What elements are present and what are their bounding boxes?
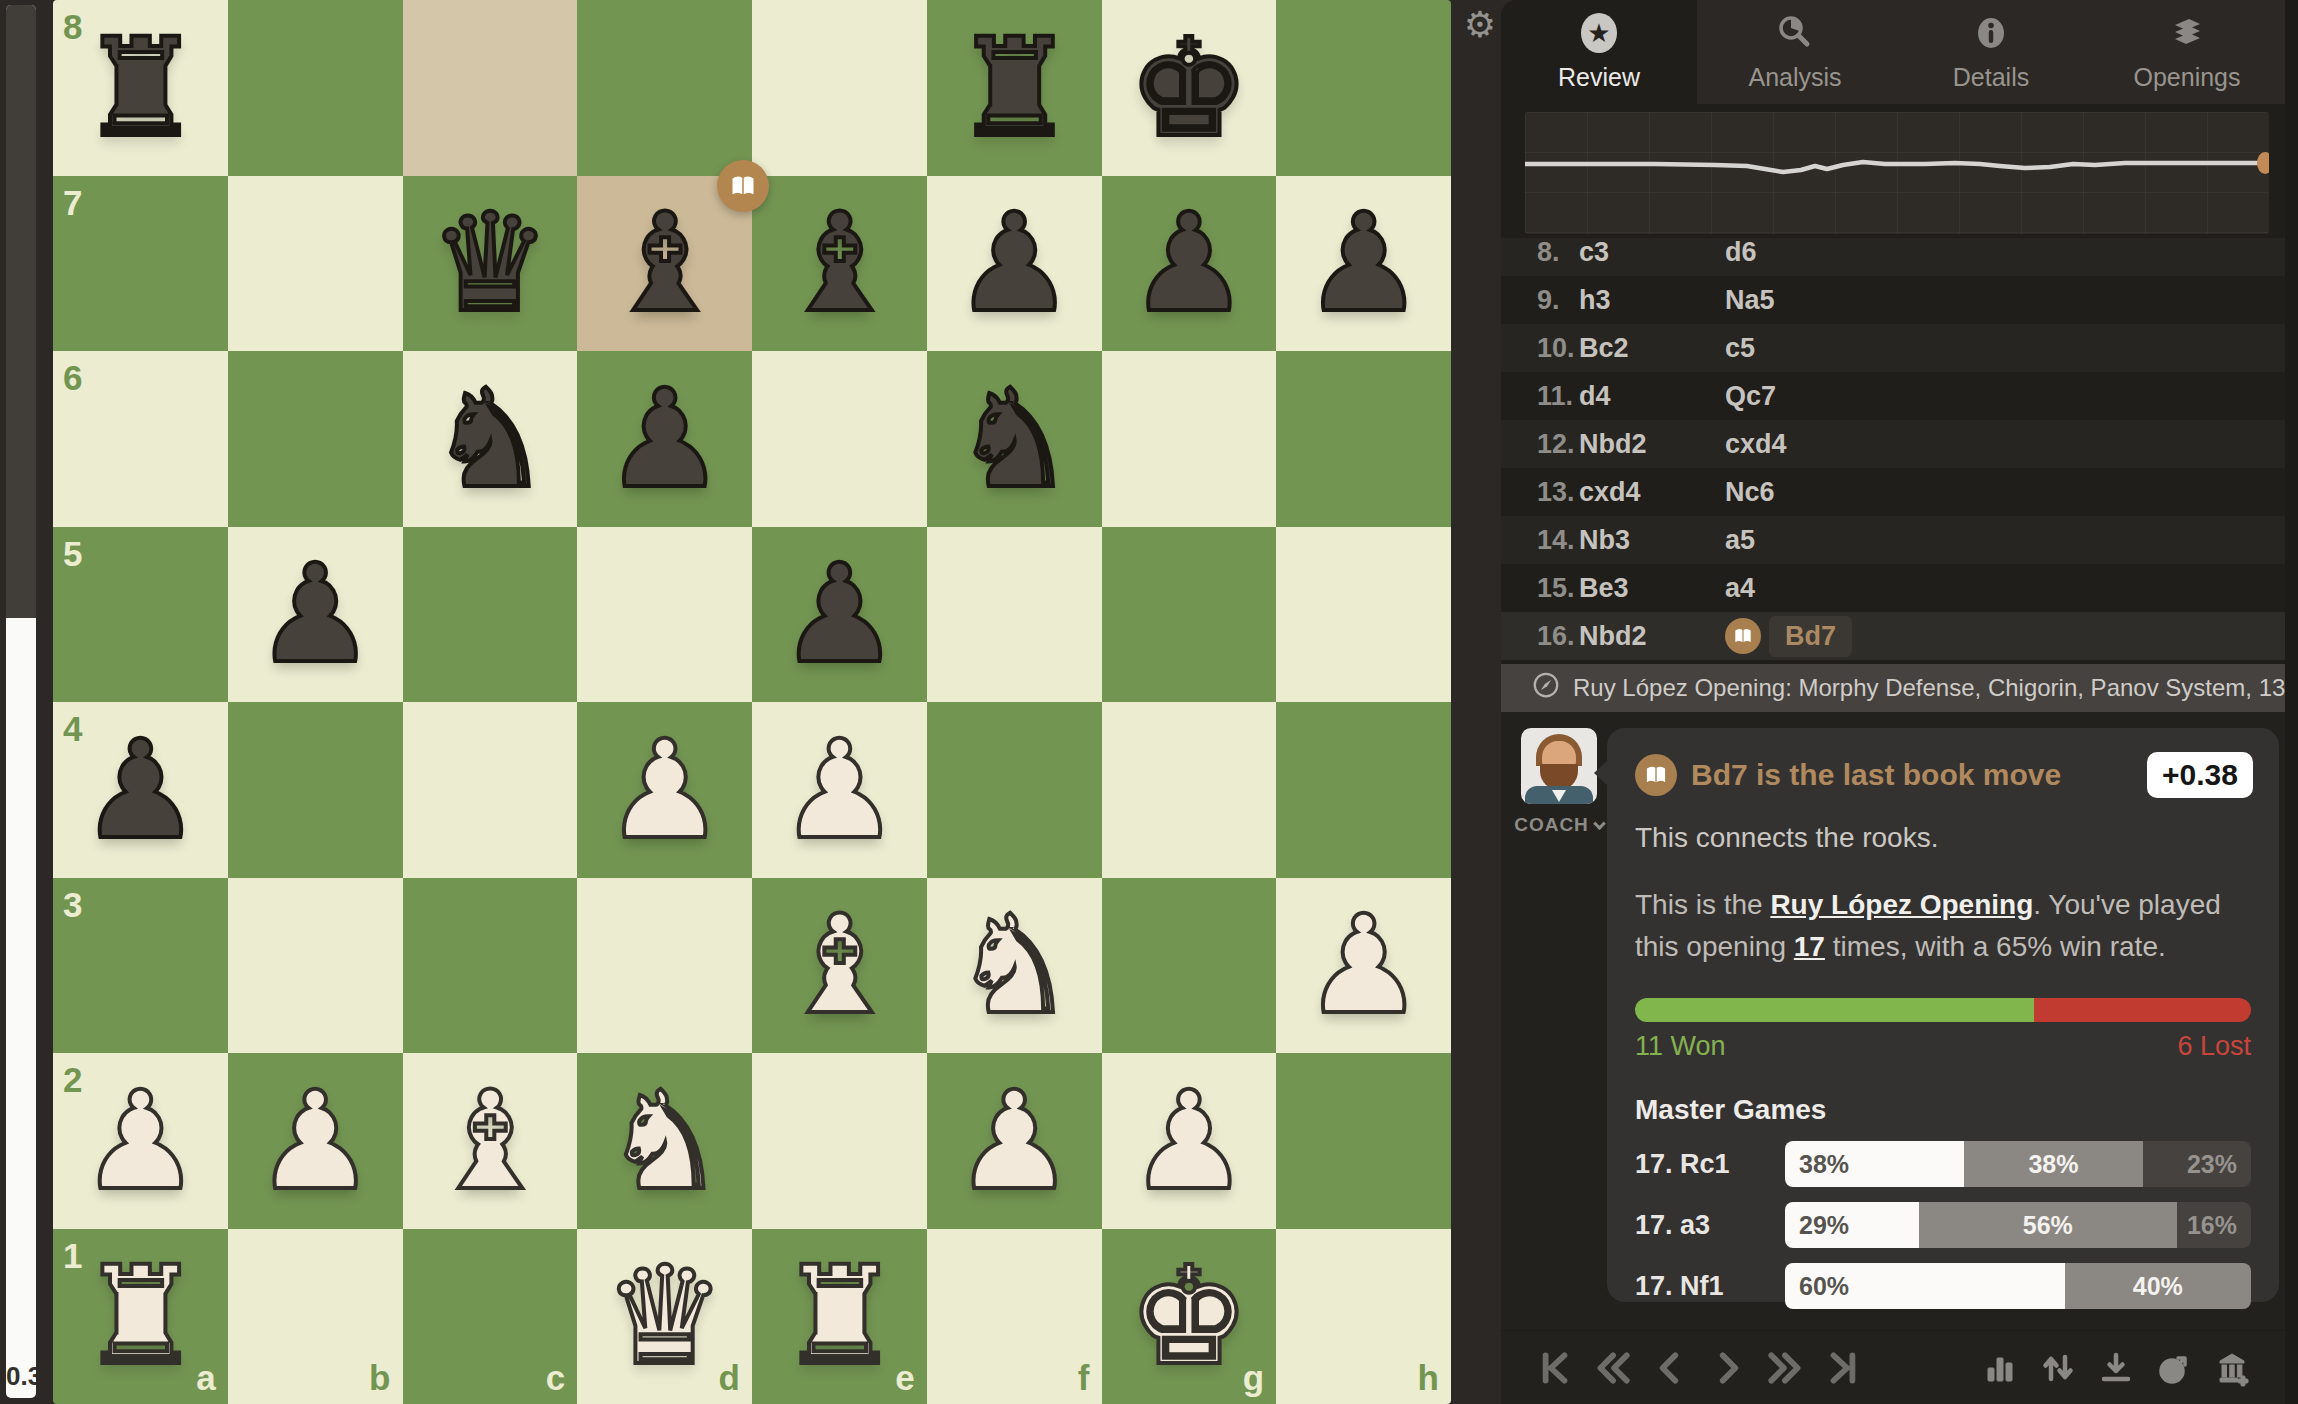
coach-chevron-down-icon xyxy=(1593,817,1606,830)
move-number: 15. xyxy=(1501,573,1575,604)
master-result-bar: 38%38%23% xyxy=(1785,1141,2251,1187)
p2-prefix: This is the xyxy=(1635,889,1770,920)
move-row-15[interactable]: 15.Be3a4 xyxy=(1501,564,2285,612)
white-move[interactable]: Nb3 xyxy=(1575,525,1725,556)
self-analysis-button[interactable] xyxy=(2151,1345,2197,1391)
square-d2[interactable]: ♞ xyxy=(577,1053,752,1229)
white-rook-a1[interactable]: ♜ xyxy=(53,1229,228,1404)
win-rate-labels: 11 Won 6 Lost xyxy=(1635,1031,2251,1062)
white-knight-f3[interactable]: ♞ xyxy=(927,878,1102,1054)
white-king-g1[interactable]: ♚ xyxy=(1102,1229,1277,1404)
square-a5[interactable]: 5 xyxy=(53,527,228,703)
move-row-11[interactable]: 11.d4Qc7 xyxy=(1501,372,2285,420)
selected-move-chip[interactable]: Bd7 xyxy=(1769,616,1852,657)
current-move-dot xyxy=(2257,152,2269,174)
white-pawn-g2[interactable]: ♟ xyxy=(1102,1053,1277,1229)
square-e6[interactable] xyxy=(752,351,927,527)
master-game-row[interactable]: 17. Nf160%40% xyxy=(1635,1263,2251,1309)
evaluation-bar: 0.3 xyxy=(6,5,36,1398)
square-f4[interactable] xyxy=(927,702,1102,878)
book-move-icon xyxy=(1725,618,1761,654)
square-a4[interactable]: 4♟ xyxy=(53,702,228,878)
square-a3[interactable]: 3 xyxy=(53,878,228,1054)
bottom-controls xyxy=(1501,1330,2285,1404)
file-label-b: b xyxy=(369,1360,390,1395)
tab-analysis-label: Analysis xyxy=(1748,63,1841,92)
times-played-link[interactable]: 17 xyxy=(1794,931,1825,962)
master-result-bar: 60%40% xyxy=(1785,1263,2251,1309)
white-move[interactable]: c3 xyxy=(1575,238,1725,268)
win-rate-green xyxy=(1635,998,2034,1022)
square-g6[interactable] xyxy=(1102,351,1277,527)
black-pawn-e5[interactable]: ♟ xyxy=(752,527,927,703)
master-move-label: 17. Nf1 xyxy=(1635,1271,1785,1302)
next-move-button[interactable] xyxy=(1703,1343,1753,1393)
white-bishop-e3[interactable]: ♝ xyxy=(752,878,927,1054)
result-segment-gray: 38% xyxy=(1964,1141,2143,1187)
result-segment-white: 38% xyxy=(1785,1141,1964,1187)
comment-title: Bd7 is the last book move xyxy=(1691,758,2061,792)
result-segment-dark: 16% xyxy=(2177,1202,2251,1248)
result-segment-white: 60% xyxy=(1785,1263,2065,1309)
tab-review[interactable]: ★ Review xyxy=(1501,0,1697,104)
square-f3[interactable]: ♞ xyxy=(927,878,1102,1054)
black-move[interactable]: a4 xyxy=(1725,573,2285,604)
move-number: 11. xyxy=(1501,381,1575,412)
move-row-16[interactable]: 16.Nbd2Bd7 xyxy=(1501,612,2285,660)
black-pawn-f7[interactable]: ♟ xyxy=(927,176,1102,352)
black-move[interactable]: Nc6 xyxy=(1725,477,2285,508)
square-b2[interactable]: ♟ xyxy=(228,1053,403,1229)
evaluation-bar-black-part xyxy=(6,5,36,618)
move-number: 10. xyxy=(1501,333,1575,364)
result-segment-dark: 23% xyxy=(2143,1141,2251,1187)
square-a7[interactable]: 7 xyxy=(53,176,228,352)
review-panel: ★ Review Analysis xyxy=(1501,0,2298,1404)
black-move[interactable]: Qc7 xyxy=(1725,381,2285,412)
white-move[interactable]: Nbd2 xyxy=(1575,621,1725,652)
go-to-end-button[interactable] xyxy=(1819,1343,1869,1393)
move-row-10[interactable]: 10.Bc2c5 xyxy=(1501,324,2285,372)
black-move[interactable]: Bd7 xyxy=(1725,616,2285,657)
white-knight-d2[interactable]: ♞ xyxy=(577,1053,752,1229)
square-h2[interactable] xyxy=(1276,1053,1451,1229)
white-move[interactable]: d4 xyxy=(1575,381,1725,412)
square-d5[interactable] xyxy=(577,527,752,703)
move-row-12[interactable]: 12.Nbd2cxd4 xyxy=(1501,420,2285,468)
black-rook-f8[interactable]: ♜ xyxy=(927,0,1102,176)
lost-label: 6 Lost xyxy=(2177,1031,2251,1062)
move-navigation xyxy=(1529,1343,1869,1393)
coach-avatar[interactable] xyxy=(1521,728,1597,804)
coach-label: COACH xyxy=(1514,814,1589,835)
move-list: 8.c3d69.h3Na510.Bc2c511.d4Qc712.Nbd2cxd4… xyxy=(1501,238,2285,664)
evaluation-graph[interactable] xyxy=(1525,112,2269,234)
square-e2[interactable] xyxy=(752,1053,927,1229)
white-move[interactable]: Nbd2 xyxy=(1575,429,1725,460)
square-h5[interactable] xyxy=(1276,527,1451,703)
download-button[interactable] xyxy=(2093,1345,2139,1391)
save-to-library-button[interactable] xyxy=(2209,1345,2255,1391)
square-f1[interactable]: f xyxy=(927,1229,1102,1404)
square-f7[interactable]: ♟ xyxy=(927,176,1102,352)
white-pawn-b2[interactable]: ♟ xyxy=(228,1053,403,1229)
square-g1[interactable]: g♚ xyxy=(1102,1229,1277,1404)
square-b8[interactable] xyxy=(228,0,403,176)
bubble-tail xyxy=(1594,760,1608,786)
comment-line-1: This connects the rooks. xyxy=(1635,822,2251,854)
square-c6[interactable]: ♞ xyxy=(403,351,578,527)
square-d8[interactable] xyxy=(577,0,752,176)
square-f2[interactable]: ♟ xyxy=(927,1053,1102,1229)
master-result-bar: 29%56%16% xyxy=(1785,1202,2251,1248)
go-to-start-button[interactable] xyxy=(1529,1343,1579,1393)
flip-board-button[interactable] xyxy=(2035,1345,2081,1391)
white-move[interactable]: cxd4 xyxy=(1575,477,1725,508)
square-c7[interactable]: ♛ xyxy=(403,176,578,352)
white-move[interactable]: Be3 xyxy=(1575,573,1725,604)
square-e4[interactable]: ♟ xyxy=(752,702,927,878)
move-number: 13. xyxy=(1501,477,1575,508)
review-star-icon: ★ xyxy=(1581,13,1617,53)
move-row-13[interactable]: 13.cxd4Nc6 xyxy=(1501,468,2285,516)
evaluation-badge: +0.38 xyxy=(2147,752,2253,798)
panel-scroll-gutter[interactable] xyxy=(2285,0,2298,1404)
square-e3[interactable]: ♝ xyxy=(752,878,927,1054)
black-knight-f6[interactable]: ♞ xyxy=(927,351,1102,527)
won-label: 11 Won xyxy=(1635,1031,1726,1062)
square-c2[interactable]: ♝ xyxy=(403,1053,578,1229)
coach-dropdown[interactable]: COACH xyxy=(1501,814,1617,836)
opening-name-text: Ruy López Opening: Morphy Defense, Chigo… xyxy=(1573,674,2285,702)
file-label-c: c xyxy=(546,1360,565,1395)
black-move[interactable]: cxd4 xyxy=(1725,429,2285,460)
board-actions xyxy=(1977,1345,2255,1391)
square-b7[interactable] xyxy=(228,176,403,352)
bubble-header: Bd7 is the last book move +0.38 xyxy=(1635,754,2251,796)
square-f6[interactable]: ♞ xyxy=(927,351,1102,527)
tab-openings-label: Openings xyxy=(2133,63,2240,92)
board-book-move-badge xyxy=(717,160,769,212)
result-segment-gray: 40% xyxy=(2065,1263,2251,1309)
result-segment-white: 29% xyxy=(1785,1202,1919,1248)
square-a1[interactable]: 1a♜ xyxy=(53,1229,228,1404)
move-number: 16. xyxy=(1501,621,1575,652)
previous-move-button[interactable] xyxy=(1645,1343,1695,1393)
stats-button[interactable] xyxy=(1977,1345,2023,1391)
white-pawn-a2[interactable]: ♟ xyxy=(53,1053,228,1229)
square-g3[interactable] xyxy=(1102,878,1277,1054)
square-h1[interactable]: h xyxy=(1276,1229,1451,1404)
black-move[interactable]: a5 xyxy=(1725,525,2285,556)
chess-board[interactable]: 8♜♜♚7♛♝♝♟♟♟6♞♟♞5♟♟4♟♟♟3♝♞♟2♟♟♝♞♟♟1a♜bcd♛… xyxy=(53,0,1451,1404)
settings-gear-icon[interactable]: ⚙ xyxy=(1458,2,1502,46)
black-pawn-b5[interactable]: ♟ xyxy=(228,527,403,703)
square-a8[interactable]: 8♜ xyxy=(53,0,228,176)
square-e8[interactable] xyxy=(752,0,927,176)
square-d1[interactable]: d♛ xyxy=(577,1229,752,1404)
square-g5[interactable] xyxy=(1102,527,1277,703)
square-g2[interactable]: ♟ xyxy=(1102,1053,1277,1229)
master-game-row[interactable]: 17. Rc138%38%23% xyxy=(1635,1141,2251,1187)
details-info-icon xyxy=(1971,13,2011,53)
white-rook-e1[interactable]: ♜ xyxy=(752,1229,927,1404)
white-move[interactable]: h3 xyxy=(1575,285,1725,316)
analysis-magnifier-icon xyxy=(1775,13,1815,53)
square-h8[interactable] xyxy=(1276,0,1451,176)
panel-tabs: ★ Review Analysis xyxy=(1501,0,2285,104)
square-c1[interactable]: c xyxy=(403,1229,578,1404)
coach-area: COACH Bd7 is the last book move +0.38 Th… xyxy=(1501,712,2285,1330)
move-number: 9. xyxy=(1501,285,1575,316)
move-number: 8. xyxy=(1501,238,1575,268)
file-label-h: h xyxy=(1418,1360,1439,1395)
square-a6[interactable]: 6 xyxy=(53,351,228,527)
black-move[interactable]: Na5 xyxy=(1725,285,2285,316)
square-b4[interactable] xyxy=(228,702,403,878)
opening-name-row[interactable]: Ruy López Opening: Morphy Defense, Chigo… xyxy=(1501,664,2285,712)
square-g4[interactable] xyxy=(1102,702,1277,878)
white-pawn-h3[interactable]: ♟ xyxy=(1276,878,1451,1054)
black-queen-c7[interactable]: ♛ xyxy=(403,176,578,352)
black-pawn-a4[interactable]: ♟ xyxy=(53,702,228,878)
white-queen-d1[interactable]: ♛ xyxy=(577,1229,752,1404)
black-move[interactable]: d6 xyxy=(1725,238,2285,268)
move-row-9[interactable]: 9.h3Na5 xyxy=(1501,276,2285,324)
book-move-icon xyxy=(1635,754,1677,796)
master-game-row[interactable]: 17. a329%56%16% xyxy=(1635,1202,2251,1248)
black-pawn-g7[interactable]: ♟ xyxy=(1102,176,1277,352)
coach-comment-bubble: Bd7 is the last book move +0.38 This con… xyxy=(1607,728,2279,1302)
square-e1[interactable]: e♜ xyxy=(752,1229,927,1404)
square-b5[interactable]: ♟ xyxy=(228,527,403,703)
white-pawn-f2[interactable]: ♟ xyxy=(927,1053,1102,1229)
tab-openings[interactable]: Openings xyxy=(2089,0,2285,104)
fast-forward-button[interactable] xyxy=(1761,1343,1811,1393)
square-g7[interactable]: ♟ xyxy=(1102,176,1277,352)
master-move-label: 17. a3 xyxy=(1635,1210,1785,1241)
win-rate-bar xyxy=(1635,998,2251,1022)
square-c3[interactable] xyxy=(403,878,578,1054)
black-bishop-e7[interactable]: ♝ xyxy=(752,176,927,352)
square-a2[interactable]: 2♟ xyxy=(53,1053,228,1229)
white-pawn-d4[interactable]: ♟ xyxy=(577,702,752,878)
rank-label-3: 3 xyxy=(63,887,82,922)
square-g8[interactable]: ♚ xyxy=(1102,0,1277,176)
rank-label-5: 5 xyxy=(63,536,82,571)
square-h6[interactable] xyxy=(1276,351,1451,527)
move-number: 14. xyxy=(1501,525,1575,556)
square-d6[interactable]: ♟ xyxy=(577,351,752,527)
move-row-14[interactable]: 14.Nb3a5 xyxy=(1501,516,2285,564)
game-review-screen: 0.3 8♜♜♚7♛♝♝♟♟♟6♞♟♞5♟♟4♟♟♟3♝♞♟2♟♟♝♞♟♟1a♜… xyxy=(0,0,2298,1404)
tab-analysis[interactable]: Analysis xyxy=(1697,0,1893,104)
square-h7[interactable]: ♟ xyxy=(1276,176,1451,352)
white-bishop-c2[interactable]: ♝ xyxy=(403,1053,578,1229)
square-e5[interactable]: ♟ xyxy=(752,527,927,703)
black-king-g8[interactable]: ♚ xyxy=(1102,0,1277,176)
square-d4[interactable]: ♟ xyxy=(577,702,752,878)
master-games-rows: 17. Rc138%38%23%17. a329%56%16%17. Nf160… xyxy=(1635,1141,2251,1309)
square-c8[interactable] xyxy=(403,0,578,176)
file-label-f: f xyxy=(1078,1360,1090,1395)
square-e7[interactable]: ♝ xyxy=(752,176,927,352)
move-number: 12. xyxy=(1501,429,1575,460)
square-c4[interactable] xyxy=(403,702,578,878)
white-move[interactable]: Bc2 xyxy=(1575,333,1725,364)
rank-label-7: 7 xyxy=(63,185,82,220)
result-segment-gray: 56% xyxy=(1919,1202,2177,1248)
tab-review-label: Review xyxy=(1558,63,1640,92)
square-f5[interactable] xyxy=(927,527,1102,703)
tab-details[interactable]: Details xyxy=(1893,0,2089,104)
black-move[interactable]: c5 xyxy=(1725,333,2285,364)
win-rate-red xyxy=(2034,998,2251,1022)
master-move-label: 17. Rc1 xyxy=(1635,1149,1785,1180)
black-rook-a8[interactable]: ♜ xyxy=(53,0,228,176)
square-d3[interactable] xyxy=(577,878,752,1054)
master-games-title: Master Games xyxy=(1635,1094,2251,1126)
black-pawn-d6[interactable]: ♟ xyxy=(577,351,752,527)
openings-books-icon xyxy=(2167,13,2207,53)
rank-label-6: 6 xyxy=(63,360,82,395)
square-c5[interactable] xyxy=(403,527,578,703)
square-b3[interactable] xyxy=(228,878,403,1054)
p2-suffix: times, with a 65% win rate. xyxy=(1825,931,2166,962)
white-pawn-e4[interactable]: ♟ xyxy=(752,702,927,878)
square-b1[interactable]: b xyxy=(228,1229,403,1404)
tab-details-label: Details xyxy=(1953,63,2029,92)
square-h4[interactable] xyxy=(1276,702,1451,878)
fast-rewind-button[interactable] xyxy=(1587,1343,1637,1393)
evaluation-value: 0.3 xyxy=(6,1361,36,1392)
square-h3[interactable]: ♟ xyxy=(1276,878,1451,1054)
opening-link[interactable]: Ruy López Opening xyxy=(1770,889,2033,920)
black-knight-c6[interactable]: ♞ xyxy=(403,351,578,527)
move-row-8[interactable]: 8.c3d6 xyxy=(1501,238,2285,276)
comment-line-2: This is the Ruy López Opening. You've pl… xyxy=(1635,884,2255,968)
square-b6[interactable] xyxy=(228,351,403,527)
square-f8[interactable]: ♜ xyxy=(927,0,1102,176)
opening-compass-icon xyxy=(1531,670,1561,706)
black-pawn-h7[interactable]: ♟ xyxy=(1276,176,1451,352)
